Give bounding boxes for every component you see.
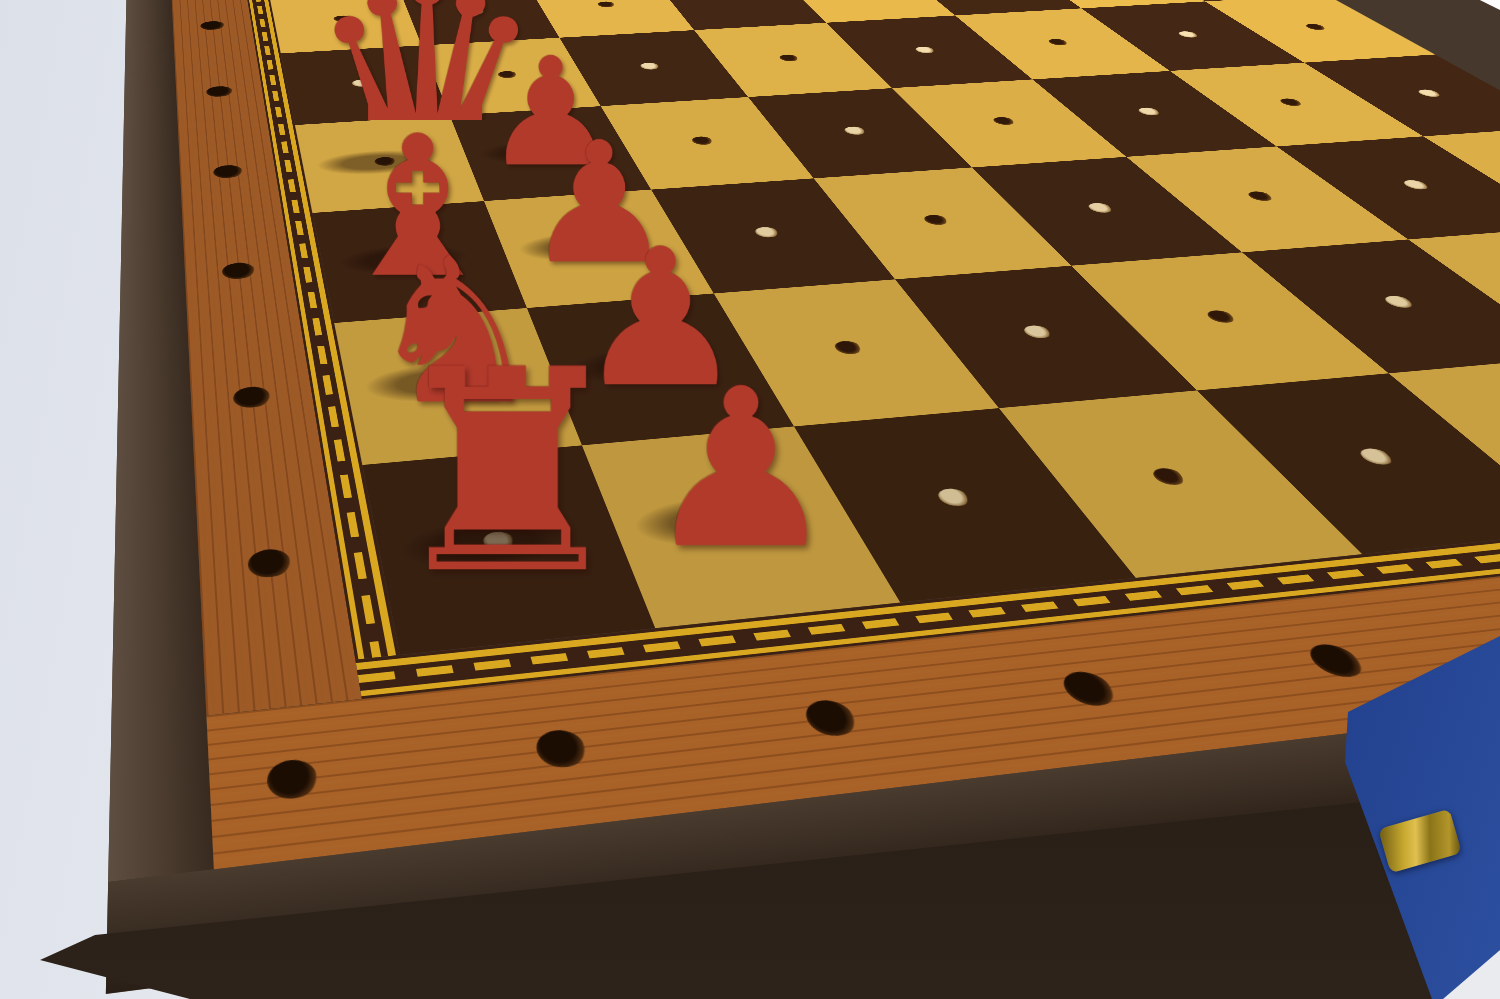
peg-hole-e6 xyxy=(1046,39,1071,46)
peg-hole-c5 xyxy=(1085,202,1116,213)
peg-hole-d2 xyxy=(534,146,559,156)
peg-hole-d5 xyxy=(990,117,1017,126)
peg-hole-c3 xyxy=(752,226,781,238)
peg-hole-a3 xyxy=(934,487,974,507)
peg-hole-e2 xyxy=(497,71,519,79)
peg-hole-b3 xyxy=(831,340,865,355)
peg-hole-a1 xyxy=(481,531,517,552)
peg-hole-d7 xyxy=(1277,98,1306,107)
peg-hole-d8 xyxy=(1415,89,1445,97)
peg-hole-e8 xyxy=(1302,23,1328,30)
peg-hole-b1 xyxy=(436,373,467,389)
peg-hole-d3 xyxy=(690,136,716,145)
peg-hole-e5 xyxy=(913,46,937,53)
peg-hole-f2 xyxy=(466,8,486,15)
peg-hole-a2 xyxy=(712,509,750,529)
photo-travel-chess-board: ♜♞♝♛♟♟♟♟ xyxy=(0,0,1500,999)
peg-hole-f3 xyxy=(596,1,617,7)
peg-hole-b5 xyxy=(1203,310,1240,324)
peg-hole-b6 xyxy=(1380,295,1418,309)
peg-hole-d6 xyxy=(1135,107,1163,116)
peg-hole-c2 xyxy=(579,239,607,251)
peg-hole-f1 xyxy=(333,15,352,22)
peg-hole-b2 xyxy=(637,356,669,371)
peg-hole-f4 xyxy=(724,0,745,1)
peg-hole-c1 xyxy=(401,252,428,264)
peg-hole-b4 xyxy=(1020,325,1055,339)
square-f1[interactable] xyxy=(269,0,422,53)
playing-field xyxy=(250,0,1500,655)
peg-hole-c7 xyxy=(1400,180,1433,190)
peg-hole-e4 xyxy=(777,54,801,62)
peg-hole-d4 xyxy=(842,126,869,135)
peg-hole-c4 xyxy=(921,214,951,225)
peg-hole-e1 xyxy=(351,79,372,87)
peg-hole-e3 xyxy=(639,62,662,70)
peg-hole-d1 xyxy=(373,156,397,166)
peg-hole-c6 xyxy=(1244,191,1276,202)
peg-hole-e7 xyxy=(1176,31,1202,38)
peg-hole-a5 xyxy=(1355,447,1399,465)
square-e1[interactable] xyxy=(281,45,450,125)
square-f2[interactable] xyxy=(398,0,559,45)
peg-hole-a4 xyxy=(1148,467,1190,486)
